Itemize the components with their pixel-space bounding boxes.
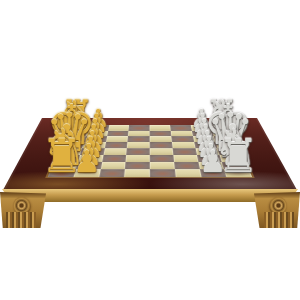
square-d5[interactable] [150, 148, 173, 155]
square-c2[interactable] [78, 155, 103, 162]
square-a1[interactable] [48, 169, 76, 177]
square-a7[interactable] [199, 169, 226, 177]
square-d4[interactable] [126, 148, 149, 155]
square-c6[interactable] [173, 155, 198, 162]
square-a3[interactable] [99, 169, 125, 177]
square-d7[interactable] [195, 148, 220, 155]
square-b6[interactable] [174, 162, 200, 169]
square-d3[interactable] [103, 148, 127, 155]
square-d6[interactable] [172, 148, 196, 155]
square-a5[interactable] [150, 169, 176, 177]
board-brass-edge [2, 189, 298, 202]
square-c3[interactable] [102, 155, 127, 162]
board-grid [48, 125, 253, 177]
square-d2[interactable] [80, 148, 105, 155]
board-leg-right [254, 192, 300, 228]
square-c7[interactable] [196, 155, 222, 162]
square-b8[interactable] [222, 162, 249, 169]
chess-board [3, 118, 297, 190]
chess-set-photo: ♜♟♟♜♞♟♟♞♝♟♟♝♛♟♟♛♚♟♟♚♝♟♟♝♞♟♟♞♜♟♟♜ [0, 0, 300, 300]
square-b4[interactable] [125, 162, 150, 169]
square-c5[interactable] [150, 155, 174, 162]
square-a4[interactable] [124, 169, 150, 177]
square-a8[interactable] [224, 169, 252, 177]
square-b3[interactable] [100, 162, 125, 169]
square-a2[interactable] [73, 169, 100, 177]
square-c4[interactable] [126, 155, 150, 162]
square-b7[interactable] [198, 162, 224, 169]
square-c1[interactable] [54, 155, 80, 162]
square-d1[interactable] [56, 148, 81, 155]
square-b5[interactable] [150, 162, 175, 169]
square-d8[interactable] [218, 148, 243, 155]
square-b1[interactable] [51, 162, 78, 169]
board-leg-left [0, 192, 46, 228]
square-a6[interactable] [175, 169, 201, 177]
square-c8[interactable] [220, 155, 246, 162]
square-b2[interactable] [75, 162, 101, 169]
